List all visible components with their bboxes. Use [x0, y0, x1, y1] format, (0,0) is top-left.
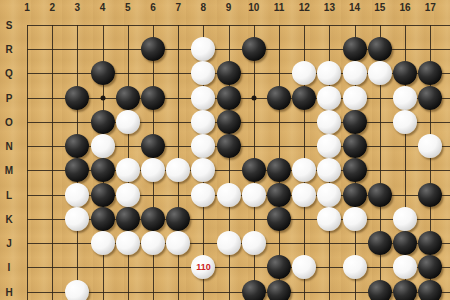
black-stone-P3[interactable]: [65, 86, 89, 110]
coord-label-row-M: M: [5, 165, 13, 176]
white-stone-N4[interactable]: [91, 134, 115, 158]
white-stone-P14[interactable]: [343, 86, 367, 110]
black-stone-H11[interactable]: [267, 280, 291, 300]
black-stone-P11[interactable]: [267, 86, 291, 110]
white-stone-M5[interactable]: [116, 158, 140, 182]
black-stone-H10[interactable]: [242, 280, 266, 300]
white-stone-Q13[interactable]: [317, 61, 341, 85]
black-stone-N14[interactable]: [343, 134, 367, 158]
white-stone-L5[interactable]: [116, 183, 140, 207]
black-stone-H15[interactable]: [368, 280, 392, 300]
grid-line-col-2: [52, 25, 53, 300]
white-stone-Q15[interactable]: [368, 61, 392, 85]
white-stone-I12[interactable]: [292, 255, 316, 279]
black-stone-M11[interactable]: [267, 158, 291, 182]
coord-label-row-N: N: [5, 141, 12, 152]
white-stone-J4[interactable]: [91, 231, 115, 255]
black-stone-P9[interactable]: [217, 86, 241, 110]
black-stone-R6[interactable]: [141, 37, 165, 61]
black-stone-P17[interactable]: [418, 86, 442, 110]
black-stone-N6[interactable]: [141, 134, 165, 158]
coord-label-row-P: P: [6, 92, 13, 103]
black-stone-K4[interactable]: [91, 207, 115, 231]
black-stone-I17[interactable]: [418, 255, 442, 279]
black-stone-N9[interactable]: [217, 134, 241, 158]
coord-label-row-R: R: [5, 44, 12, 55]
white-stone-L8[interactable]: [191, 183, 215, 207]
white-stone-M13[interactable]: [317, 158, 341, 182]
coord-label-col-7: 7: [175, 2, 181, 13]
coord-label-col-6: 6: [150, 2, 156, 13]
white-stone-M12[interactable]: [292, 158, 316, 182]
white-stone-L9[interactable]: [217, 183, 241, 207]
white-stone-Q12[interactable]: [292, 61, 316, 85]
black-stone-H16[interactable]: [393, 280, 417, 300]
black-stone-L15[interactable]: [368, 183, 392, 207]
white-stone-K13[interactable]: [317, 207, 341, 231]
black-stone-M4[interactable]: [91, 158, 115, 182]
go-board[interactable]: 1234567891011121314151617SRQPONMLKJIH110: [0, 0, 450, 300]
black-stone-O9[interactable]: [217, 110, 241, 134]
black-stone-I11[interactable]: [267, 255, 291, 279]
white-stone-K3[interactable]: [65, 207, 89, 231]
white-stone-Q8[interactable]: [191, 61, 215, 85]
coord-label-col-8: 8: [201, 2, 207, 13]
coord-label-col-10: 10: [248, 2, 259, 13]
white-stone-N8[interactable]: [191, 134, 215, 158]
coord-label-col-5: 5: [125, 2, 131, 13]
coord-label-col-11: 11: [274, 2, 285, 13]
grid-line-row-I: [27, 267, 450, 268]
black-stone-K6[interactable]: [141, 207, 165, 231]
white-stone-J10[interactable]: [242, 231, 266, 255]
white-stone-P13[interactable]: [317, 86, 341, 110]
coord-label-col-12: 12: [299, 2, 310, 13]
white-stone-L3[interactable]: [65, 183, 89, 207]
black-stone-P5[interactable]: [116, 86, 140, 110]
white-stone-K14[interactable]: [343, 207, 367, 231]
coord-label-col-16: 16: [399, 2, 410, 13]
black-stone-Q4[interactable]: [91, 61, 115, 85]
black-stone-J16[interactable]: [393, 231, 417, 255]
coord-label-col-9: 9: [226, 2, 232, 13]
white-stone-R8[interactable]: [191, 37, 215, 61]
white-stone-I8[interactable]: [191, 255, 215, 279]
white-stone-N17[interactable]: [418, 134, 442, 158]
white-stone-O5[interactable]: [116, 110, 140, 134]
white-stone-L10[interactable]: [242, 183, 266, 207]
black-stone-O4[interactable]: [91, 110, 115, 134]
white-stone-P8[interactable]: [191, 86, 215, 110]
black-stone-M14[interactable]: [343, 158, 367, 182]
black-stone-K5[interactable]: [116, 207, 140, 231]
black-stone-M10[interactable]: [242, 158, 266, 182]
black-stone-M3[interactable]: [65, 158, 89, 182]
coord-label-col-2: 2: [49, 2, 55, 13]
white-stone-L13[interactable]: [317, 183, 341, 207]
black-stone-L14[interactable]: [343, 183, 367, 207]
coord-label-col-4: 4: [100, 2, 106, 13]
black-stone-P6[interactable]: [141, 86, 165, 110]
white-stone-K16[interactable]: [393, 207, 417, 231]
white-stone-H3[interactable]: [65, 280, 89, 300]
black-stone-R15[interactable]: [368, 37, 392, 61]
black-stone-H17[interactable]: [418, 280, 442, 300]
coord-label-row-I: I: [8, 262, 11, 273]
coord-label-col-17: 17: [425, 2, 436, 13]
white-stone-M8[interactable]: [191, 158, 215, 182]
black-stone-N3[interactable]: [65, 134, 89, 158]
white-stone-N13[interactable]: [317, 134, 341, 158]
coord-label-col-3: 3: [75, 2, 81, 13]
white-stone-J9[interactable]: [217, 231, 241, 255]
white-stone-L12[interactable]: [292, 183, 316, 207]
coord-label-row-L: L: [6, 189, 12, 200]
coord-label-row-K: K: [5, 213, 12, 224]
black-stone-J17[interactable]: [418, 231, 442, 255]
black-stone-L17[interactable]: [418, 183, 442, 207]
black-stone-K7[interactable]: [166, 207, 190, 231]
black-stone-L4[interactable]: [91, 183, 115, 207]
white-stone-I14[interactable]: [343, 255, 367, 279]
black-stone-Q16[interactable]: [393, 61, 417, 85]
black-stone-Q9[interactable]: [217, 61, 241, 85]
star-point-P4: [100, 95, 105, 100]
coord-label-row-H: H: [5, 286, 12, 297]
white-stone-I16[interactable]: [393, 255, 417, 279]
white-stone-O16[interactable]: [393, 110, 417, 134]
white-stone-P16[interactable]: [393, 86, 417, 110]
white-stone-J7[interactable]: [166, 231, 190, 255]
black-stone-P12[interactable]: [292, 86, 316, 110]
coord-label-col-14: 14: [349, 2, 360, 13]
grid-line-row-S: [27, 25, 450, 26]
white-stone-Q14[interactable]: [343, 61, 367, 85]
white-stone-O13[interactable]: [317, 110, 341, 134]
white-stone-J5[interactable]: [116, 231, 140, 255]
white-stone-M6[interactable]: [141, 158, 165, 182]
star-point-P10: [251, 95, 256, 100]
coord-label-row-J: J: [6, 238, 12, 249]
coord-label-col-1: 1: [24, 2, 30, 13]
white-stone-O8[interactable]: [191, 110, 215, 134]
black-stone-R14[interactable]: [343, 37, 367, 61]
black-stone-J15[interactable]: [368, 231, 392, 255]
white-stone-M7[interactable]: [166, 158, 190, 182]
coord-label-row-S: S: [6, 19, 13, 30]
black-stone-R10[interactable]: [242, 37, 266, 61]
black-stone-O14[interactable]: [343, 110, 367, 134]
coord-label-col-13: 13: [324, 2, 335, 13]
black-stone-L11[interactable]: [267, 183, 291, 207]
coord-label-col-15: 15: [374, 2, 385, 13]
white-stone-J6[interactable]: [141, 231, 165, 255]
grid-line-col-1: [27, 25, 28, 300]
coord-label-row-O: O: [5, 116, 13, 127]
black-stone-K11[interactable]: [267, 207, 291, 231]
coord-label-row-Q: Q: [5, 68, 13, 79]
black-stone-Q17[interactable]: [418, 61, 442, 85]
